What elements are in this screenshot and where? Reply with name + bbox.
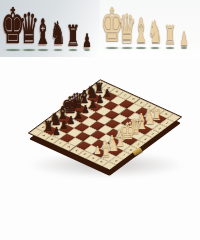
coordinate-label: B <box>115 90 119 93</box>
coordinate-label: 5 <box>136 143 140 146</box>
coordinate-label: D <box>66 146 70 149</box>
coordinate-label: F <box>83 153 87 155</box>
coordinate-label: H <box>164 113 168 116</box>
coordinate-label: C <box>123 94 127 97</box>
coordinate-label: 4 <box>143 138 147 141</box>
coordinate-label: E <box>75 150 79 153</box>
coordinate-label: E <box>139 102 143 105</box>
coordinate-label: B <box>50 138 54 141</box>
coordinate-label: 8 <box>114 159 118 162</box>
coordinate-label: A <box>42 135 46 138</box>
coordinate-label: D <box>131 98 135 101</box>
coordinate-label: 1 <box>165 122 169 125</box>
chessboard-scene: ABCDEFGH1122334455667788ABCDEFGH♜♞♝♛♚♝♞♜… <box>51 71 159 179</box>
coordinate-label: C <box>58 142 62 145</box>
coordinate-label: H <box>99 161 103 164</box>
coordinate-label: G <box>91 157 95 160</box>
coordinate-label: 3 <box>150 132 154 135</box>
coordinate-label: 7 <box>121 154 125 157</box>
coordinate-label: 2 <box>158 127 162 130</box>
board: ABCDEFGH1122334455667788ABCDEFGH♜♞♝♛♚♝♞♜… <box>29 80 181 170</box>
